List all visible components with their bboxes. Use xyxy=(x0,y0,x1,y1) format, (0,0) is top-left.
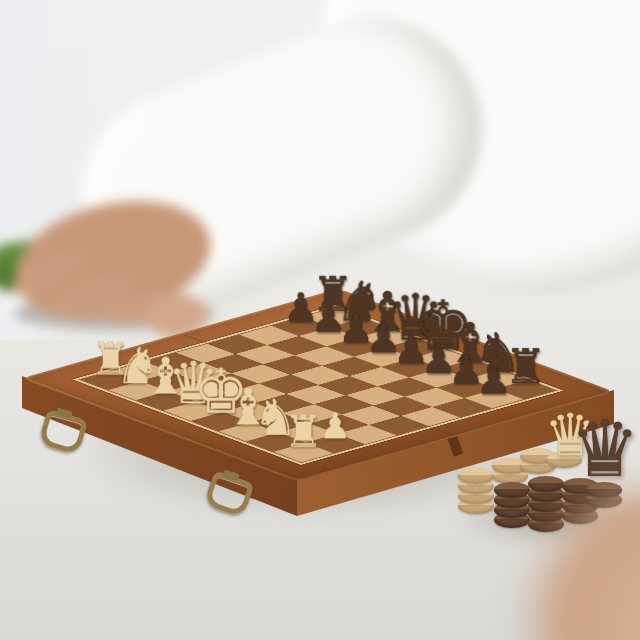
product-photo-stage: ♜♞♝♛♚♝♞♜♟♟♟♟♟♟♟♟♟♜♞♝♛♚♝♞♜ ♛♛ xyxy=(0,0,640,640)
checker-stack-light xyxy=(458,498,494,514)
checker-disc xyxy=(494,482,530,498)
spare-dark-queen: ♛ xyxy=(570,412,640,486)
checker-stack-dark xyxy=(494,512,530,528)
checker-disc xyxy=(528,476,564,492)
checker-disc xyxy=(458,468,494,484)
